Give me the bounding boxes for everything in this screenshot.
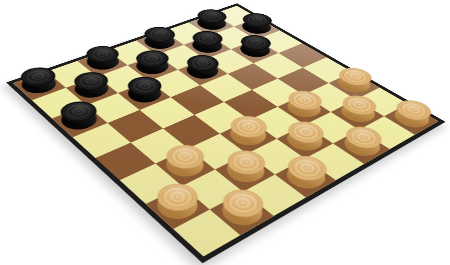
checkers-board xyxy=(6,3,445,263)
white-piece[interactable] xyxy=(214,194,271,233)
piece-top xyxy=(149,178,206,216)
photo-background xyxy=(0,0,450,265)
board-scene xyxy=(57,0,390,265)
dark-square[interactable] xyxy=(275,159,336,198)
black-piece[interactable] xyxy=(55,107,104,136)
